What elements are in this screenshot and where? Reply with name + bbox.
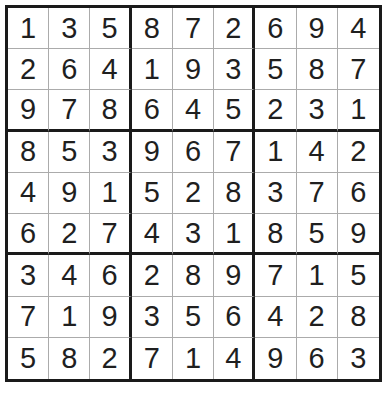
cell-r6c3: 7 [90, 214, 131, 255]
cell-r3c5: 4 [173, 90, 214, 131]
cell-r4c6: 7 [214, 132, 255, 173]
cell-r2c7: 5 [255, 49, 296, 90]
cell-r6c7: 8 [255, 214, 296, 255]
cell-r9c4: 7 [132, 338, 173, 379]
cell-r3c6: 5 [214, 90, 255, 131]
sudoku-board: 1358726942641935879786452318539671424915… [5, 5, 382, 382]
cell-r1c9: 4 [338, 8, 379, 49]
cell-r3c8: 3 [297, 90, 338, 131]
cell-r6c9: 9 [338, 214, 379, 255]
cell-r9c2: 8 [49, 338, 90, 379]
cell-r1c6: 2 [214, 8, 255, 49]
cell-r5c8: 7 [297, 173, 338, 214]
cell-r2c8: 8 [297, 49, 338, 90]
cell-r9c8: 6 [297, 338, 338, 379]
cell-r4c4: 9 [132, 132, 173, 173]
cell-r5c9: 6 [338, 173, 379, 214]
cell-r8c9: 8 [338, 297, 379, 338]
cell-r4c8: 4 [297, 132, 338, 173]
cell-r7c3: 6 [90, 255, 131, 296]
cell-r3c4: 6 [132, 90, 173, 131]
cell-r1c5: 7 [173, 8, 214, 49]
cell-r8c8: 2 [297, 297, 338, 338]
cell-r7c4: 2 [132, 255, 173, 296]
cell-r6c6: 1 [214, 214, 255, 255]
cell-r7c8: 1 [297, 255, 338, 296]
cell-r8c6: 6 [214, 297, 255, 338]
cell-r8c5: 5 [173, 297, 214, 338]
cell-r1c7: 6 [255, 8, 296, 49]
cell-r7c7: 7 [255, 255, 296, 296]
cell-r8c2: 1 [49, 297, 90, 338]
cell-r2c4: 1 [132, 49, 173, 90]
cell-r6c1: 6 [8, 214, 49, 255]
cell-r2c5: 9 [173, 49, 214, 90]
cell-r4c9: 2 [338, 132, 379, 173]
cell-r1c4: 8 [132, 8, 173, 49]
cell-r9c7: 9 [255, 338, 296, 379]
cell-r8c1: 7 [8, 297, 49, 338]
cell-r1c8: 9 [297, 8, 338, 49]
cell-r2c6: 3 [214, 49, 255, 90]
cell-r1c2: 3 [49, 8, 90, 49]
cell-r3c3: 8 [90, 90, 131, 131]
cell-r9c9: 3 [338, 338, 379, 379]
cell-r4c7: 1 [255, 132, 296, 173]
cell-r5c7: 3 [255, 173, 296, 214]
cell-r2c3: 4 [90, 49, 131, 90]
cell-r7c2: 4 [49, 255, 90, 296]
cell-r6c8: 5 [297, 214, 338, 255]
cell-r1c1: 1 [8, 8, 49, 49]
cell-r8c7: 4 [255, 297, 296, 338]
cell-r4c2: 5 [49, 132, 90, 173]
cell-r5c2: 9 [49, 173, 90, 214]
cell-r7c1: 3 [8, 255, 49, 296]
cell-r3c7: 2 [255, 90, 296, 131]
cell-r5c5: 2 [173, 173, 214, 214]
cell-r6c5: 3 [173, 214, 214, 255]
cell-r5c1: 4 [8, 173, 49, 214]
cell-r8c3: 9 [90, 297, 131, 338]
cell-r6c4: 4 [132, 214, 173, 255]
cell-r8c4: 3 [132, 297, 173, 338]
cell-r7c9: 5 [338, 255, 379, 296]
cell-r9c3: 2 [90, 338, 131, 379]
cell-r9c6: 4 [214, 338, 255, 379]
cell-r5c6: 8 [214, 173, 255, 214]
cell-r5c3: 1 [90, 173, 131, 214]
cell-r4c5: 6 [173, 132, 214, 173]
cell-r6c2: 2 [49, 214, 90, 255]
cell-r2c2: 6 [49, 49, 90, 90]
cell-r9c1: 5 [8, 338, 49, 379]
cell-r2c9: 7 [338, 49, 379, 90]
cell-r9c5: 1 [173, 338, 214, 379]
cell-r3c2: 7 [49, 90, 90, 131]
cell-r1c3: 5 [90, 8, 131, 49]
cell-r7c5: 8 [173, 255, 214, 296]
cell-r7c6: 9 [214, 255, 255, 296]
cell-r4c1: 8 [8, 132, 49, 173]
cell-r2c1: 2 [8, 49, 49, 90]
cell-r4c3: 3 [90, 132, 131, 173]
cell-r3c9: 1 [338, 90, 379, 131]
cell-r5c4: 5 [132, 173, 173, 214]
cell-r3c1: 9 [8, 90, 49, 131]
